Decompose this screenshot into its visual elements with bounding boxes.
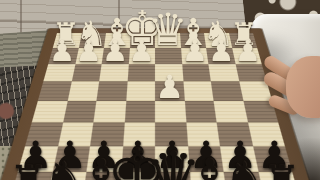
- square-e4[interactable]: [126, 82, 155, 101]
- square-c4[interactable]: [183, 82, 214, 101]
- square-g5[interactable]: [63, 101, 97, 122]
- hand: [246, 52, 320, 126]
- square-c5[interactable]: [184, 101, 216, 122]
- square-b5[interactable]: [214, 101, 248, 122]
- piece-white-pawn-b2[interactable]: ♟: [208, 37, 234, 66]
- piece-white-pawn-g2[interactable]: ♟: [76, 37, 102, 66]
- piece-white-pawn-c2[interactable]: ♟: [182, 37, 208, 66]
- square-f5[interactable]: [93, 101, 125, 122]
- square-b4[interactable]: [211, 82, 243, 101]
- piece-black-rook-a8[interactable]: ♜: [262, 160, 302, 180]
- square-f4[interactable]: [96, 82, 127, 101]
- scene: ♜♞♝♚♛♝♞♜♟♟♟♟♟♟♟♟♟♟♟♟♟♟♟♟♜♞♝♚♛♝♞♜: [0, 0, 320, 180]
- square-h5[interactable]: [32, 101, 67, 122]
- piece-white-pawn-d4[interactable]: ♟: [155, 71, 184, 103]
- square-g4[interactable]: [67, 82, 99, 101]
- floor-plank-seam: [20, 0, 22, 34]
- square-h4[interactable]: [38, 82, 71, 101]
- square-e5[interactable]: [124, 101, 155, 122]
- piece-white-pawn-e2[interactable]: ♟: [129, 37, 155, 66]
- piece-white-pawn-h2[interactable]: ♟: [49, 37, 75, 66]
- piece-white-pawn-f2[interactable]: ♟: [102, 37, 128, 66]
